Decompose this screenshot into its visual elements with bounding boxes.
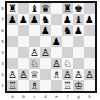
square-f2[interactable]: ♙ bbox=[62, 69, 73, 80]
square-g7[interactable]: ♝ bbox=[73, 14, 84, 25]
square-h7[interactable]: ♟ bbox=[84, 14, 95, 25]
file-label: g bbox=[73, 93, 84, 100]
square-e3[interactable]: ♙ bbox=[51, 58, 62, 69]
piece-black-pawn: ♟ bbox=[85, 14, 94, 25]
piece-black-pawn: ♟ bbox=[63, 14, 72, 25]
square-f8[interactable]: ♜ bbox=[62, 3, 73, 14]
square-d1[interactable] bbox=[40, 80, 51, 91]
square-a8[interactable]: ♜ bbox=[7, 3, 18, 14]
square-e4[interactable] bbox=[51, 47, 62, 58]
square-d5[interactable] bbox=[40, 36, 51, 47]
piece-white-rook: ♖ bbox=[63, 80, 72, 91]
piece-black-bishop: ♝ bbox=[74, 14, 83, 25]
piece-black-rook: ♜ bbox=[8, 3, 17, 14]
piece-white-knight: ♘ bbox=[63, 58, 72, 69]
square-a5[interactable] bbox=[7, 36, 18, 47]
piece-black-king: ♚ bbox=[74, 3, 83, 14]
square-e7[interactable] bbox=[51, 14, 62, 25]
square-d4[interactable]: ♙ bbox=[40, 47, 51, 58]
piece-white-pawn: ♙ bbox=[19, 69, 28, 80]
square-d2[interactable] bbox=[40, 69, 51, 80]
square-c4[interactable]: ♙ bbox=[29, 47, 40, 58]
file-labels: abcdefgh bbox=[7, 93, 95, 100]
chess-diagram: 87654321 ♜♝♛♜♚♟♟♟♞♟♝♟♟♞♟♟♙♙♘♙♘♙♙♕♗♙♙♙♖♗♖… bbox=[0, 0, 100, 100]
file-label: a bbox=[7, 93, 18, 100]
square-g2[interactable]: ♙ bbox=[73, 69, 84, 80]
square-e5[interactable]: ♟ bbox=[51, 36, 62, 47]
square-b3[interactable] bbox=[18, 58, 29, 69]
square-a1[interactable]: ♖ bbox=[7, 80, 18, 91]
piece-white-pawn: ♙ bbox=[41, 47, 50, 58]
square-a3[interactable] bbox=[7, 58, 18, 69]
square-c8[interactable]: ♝ bbox=[29, 3, 40, 14]
square-e1[interactable] bbox=[51, 80, 62, 91]
square-f1[interactable]: ♖ bbox=[62, 80, 73, 91]
square-f3[interactable]: ♘ bbox=[62, 58, 73, 69]
square-b7[interactable]: ♟ bbox=[18, 14, 29, 25]
piece-white-bishop: ♗ bbox=[52, 69, 61, 80]
file-label: e bbox=[51, 93, 62, 100]
square-a7[interactable]: ♟ bbox=[7, 14, 18, 25]
file-label: h bbox=[84, 93, 95, 100]
square-b6[interactable] bbox=[18, 25, 29, 36]
square-h8[interactable] bbox=[84, 3, 95, 14]
piece-white-pawn: ♙ bbox=[30, 47, 39, 58]
square-d8[interactable]: ♛ bbox=[40, 3, 51, 14]
square-b1[interactable] bbox=[18, 80, 29, 91]
square-a4[interactable] bbox=[7, 47, 18, 58]
square-a2[interactable]: ♙ bbox=[7, 69, 18, 80]
piece-white-pawn: ♙ bbox=[63, 69, 72, 80]
file-label: b bbox=[18, 93, 29, 100]
piece-black-knight: ♞ bbox=[41, 14, 50, 25]
square-g5[interactable] bbox=[73, 36, 84, 47]
square-h2[interactable]: ♙ bbox=[84, 69, 95, 80]
square-c5[interactable] bbox=[29, 36, 40, 47]
piece-black-pawn: ♟ bbox=[41, 25, 50, 36]
square-e6[interactable] bbox=[51, 25, 62, 36]
piece-black-queen: ♛ bbox=[41, 3, 50, 14]
piece-white-pawn: ♙ bbox=[74, 69, 83, 80]
piece-black-bishop: ♝ bbox=[30, 3, 39, 14]
piece-white-knight: ♘ bbox=[30, 58, 39, 69]
piece-white-bishop: ♗ bbox=[30, 80, 39, 91]
square-h3[interactable] bbox=[84, 58, 95, 69]
square-g8[interactable]: ♚ bbox=[73, 3, 84, 14]
piece-black-knight: ♞ bbox=[63, 25, 72, 36]
piece-black-pawn: ♟ bbox=[30, 14, 39, 25]
square-h1[interactable] bbox=[84, 80, 95, 91]
square-d3[interactable] bbox=[40, 58, 51, 69]
piece-white-pawn: ♙ bbox=[85, 69, 94, 80]
file-label: f bbox=[62, 93, 73, 100]
square-h6[interactable] bbox=[84, 25, 95, 36]
piece-white-queen: ♕ bbox=[30, 69, 39, 80]
piece-black-pawn: ♟ bbox=[19, 14, 28, 25]
square-h5[interactable] bbox=[84, 36, 95, 47]
square-h4[interactable] bbox=[84, 47, 95, 58]
square-b2[interactable]: ♙ bbox=[18, 69, 29, 80]
piece-white-rook: ♖ bbox=[8, 80, 17, 91]
square-f4[interactable] bbox=[62, 47, 73, 58]
piece-white-pawn: ♙ bbox=[8, 69, 17, 80]
square-c6[interactable] bbox=[29, 25, 40, 36]
square-g4[interactable] bbox=[73, 47, 84, 58]
piece-white-pawn: ♙ bbox=[52, 58, 61, 69]
square-c3[interactable]: ♘ bbox=[29, 58, 40, 69]
square-b4[interactable] bbox=[18, 47, 29, 58]
square-b5[interactable] bbox=[18, 36, 29, 47]
square-a6[interactable] bbox=[7, 25, 18, 36]
square-e2[interactable]: ♗ bbox=[51, 69, 62, 80]
file-label: d bbox=[40, 93, 51, 100]
square-f6[interactable]: ♞ bbox=[62, 25, 73, 36]
square-e8[interactable] bbox=[51, 3, 62, 14]
square-g6[interactable]: ♟ bbox=[73, 25, 84, 36]
square-b8[interactable] bbox=[18, 3, 29, 14]
square-c1[interactable]: ♗ bbox=[29, 80, 40, 91]
square-d6[interactable]: ♟ bbox=[40, 25, 51, 36]
square-g1[interactable]: ♔ bbox=[73, 80, 84, 91]
square-f7[interactable]: ♟ bbox=[62, 14, 73, 25]
square-c2[interactable]: ♕ bbox=[29, 69, 40, 80]
chess-board[interactable]: ♜♝♛♜♚♟♟♟♞♟♝♟♟♞♟♟♙♙♘♙♘♙♙♕♗♙♙♙♖♗♖♔ bbox=[5, 1, 97, 93]
piece-black-pawn: ♟ bbox=[74, 25, 83, 36]
piece-black-pawn: ♟ bbox=[8, 14, 17, 25]
piece-black-pawn: ♟ bbox=[52, 36, 61, 47]
square-c7[interactable]: ♟ bbox=[29, 14, 40, 25]
square-f5[interactable] bbox=[62, 36, 73, 47]
piece-black-rook: ♜ bbox=[63, 3, 72, 14]
file-label: c bbox=[29, 93, 40, 100]
square-d7[interactable]: ♞ bbox=[40, 14, 51, 25]
piece-white-king: ♔ bbox=[74, 80, 83, 91]
square-g3[interactable] bbox=[73, 58, 84, 69]
